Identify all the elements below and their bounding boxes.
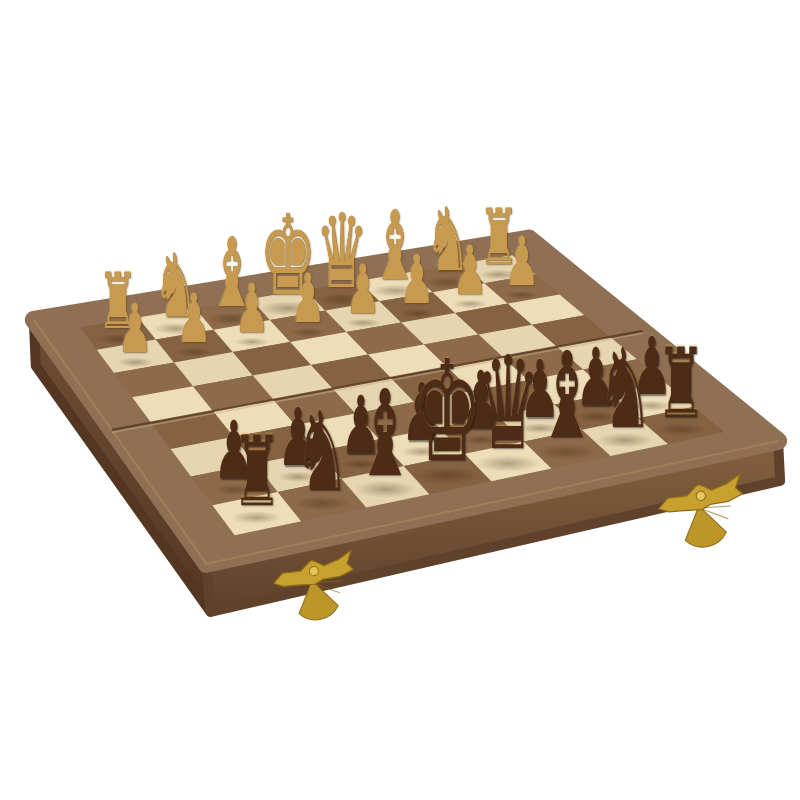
pawn-glyph: ♟ [400,246,435,314]
piece-white-pawn-g2[interactable]: ♟ [168,295,220,353]
pawn-glyph: ♟ [234,275,269,343]
piece-white-pawn-e2[interactable]: ♟ [282,275,334,333]
pawn-glyph: ♟ [504,228,539,296]
piece-white-pawn-c2[interactable]: ♟ [391,257,443,315]
piece-white-pawn-f2[interactable]: ♟ [226,285,278,343]
pawn-glyph: ♟ [453,237,488,305]
pawn-glyph: ♟ [118,295,153,363]
piece-white-pawn-b2[interactable]: ♟ [444,247,496,305]
piece-white-pawn-h2[interactable]: ♟ [109,306,161,364]
piece-dark-rook-a8[interactable]: ♜ [644,350,718,432]
pawn-glyph: ♟ [177,285,212,353]
product-photo-stage: ♜♞♝♛♚♝♞♜♟♟♟♟♟♟♟♟♟♟♟♟♟♟♟♟♜♞♝♛♚♝♞♜ [0,0,800,800]
piece-white-pawn-d2[interactable]: ♟ [337,266,389,324]
rook-glyph: ♜ [656,335,706,432]
pawn-glyph: ♟ [290,265,325,333]
pawn-glyph: ♟ [346,256,381,324]
piece-white-pawn-a2[interactable]: ♟ [496,238,548,296]
rook-glyph: ♜ [232,423,282,520]
